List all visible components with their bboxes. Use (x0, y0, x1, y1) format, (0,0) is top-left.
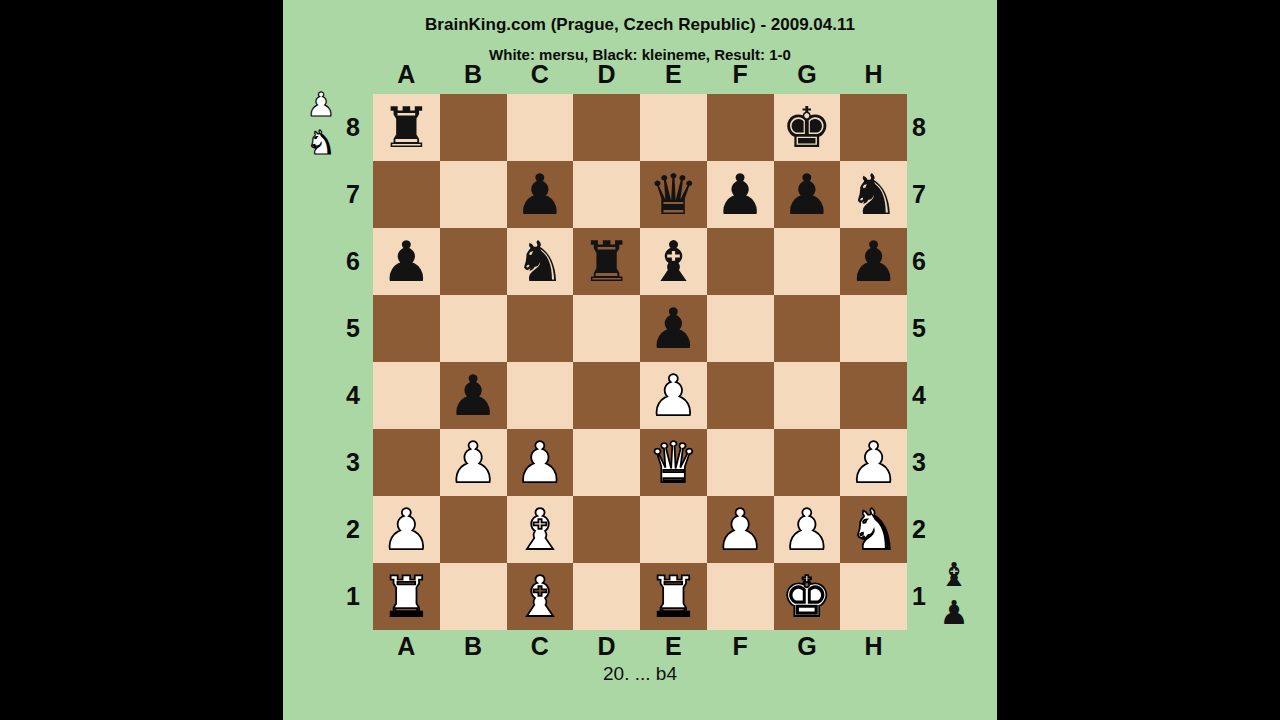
square-d7[interactable] (573, 161, 640, 228)
captured-white-knight: ♞ (306, 124, 336, 162)
square-e4[interactable]: ♟ (640, 362, 707, 429)
square-b6[interactable] (440, 228, 507, 295)
square-e5[interactable]: ♟ (640, 295, 707, 362)
white-bishop-c1: ♝ (515, 569, 565, 625)
file-label-bottom-b: B (440, 632, 507, 660)
square-b5[interactable] (440, 295, 507, 362)
rank-label-right-8: 8 (905, 94, 933, 161)
rank-label-left-5: 5 (339, 295, 367, 362)
square-e6[interactable]: ♝ (640, 228, 707, 295)
square-h6[interactable]: ♟ (840, 228, 907, 295)
file-label-top-g: G (774, 60, 841, 88)
square-d3[interactable] (573, 429, 640, 496)
square-e3[interactable]: ♛ (640, 429, 707, 496)
square-c3[interactable]: ♟ (507, 429, 574, 496)
square-b1[interactable] (440, 563, 507, 630)
file-label-top-d: D (573, 60, 640, 88)
white-bishop-c2: ♝ (515, 502, 565, 558)
file-label-bottom-c: C (507, 632, 574, 660)
square-c8[interactable] (507, 94, 574, 161)
black-knight-c6: ♞ (515, 234, 565, 290)
square-a1[interactable]: ♜ (373, 563, 440, 630)
square-a3[interactable] (373, 429, 440, 496)
square-c6[interactable]: ♞ (507, 228, 574, 295)
square-h8[interactable] (840, 94, 907, 161)
rank-label-right-1: 1 (905, 563, 933, 630)
black-pawn-f7: ♟ (715, 167, 765, 223)
file-label-top-h: H (840, 60, 907, 88)
square-b8[interactable] (440, 94, 507, 161)
file-label-bottom-f: F (707, 632, 774, 660)
rank-label-right-2: 2 (905, 496, 933, 563)
file-labels-bottom: ABCDEFGH (373, 632, 907, 660)
black-pawn-c7: ♟ (515, 167, 565, 223)
square-h4[interactable] (840, 362, 907, 429)
black-knight-h7: ♞ (849, 167, 899, 223)
square-c4[interactable] (507, 362, 574, 429)
square-e1[interactable]: ♜ (640, 563, 707, 630)
captured-black-pawn: ♟ (939, 594, 969, 632)
white-pawn-a2: ♟ (381, 502, 431, 558)
rank-label-left-4: 4 (339, 362, 367, 429)
square-g1[interactable]: ♚ (774, 563, 841, 630)
file-label-bottom-g: G (774, 632, 841, 660)
file-label-bottom-d: D (573, 632, 640, 660)
captured-black-pieces: ♝♟ (935, 556, 973, 632)
white-rook-e1: ♜ (648, 569, 698, 625)
square-c2[interactable]: ♝ (507, 496, 574, 563)
file-label-bottom-e: E (640, 632, 707, 660)
square-a2[interactable]: ♟ (373, 496, 440, 563)
file-label-bottom-a: A (373, 632, 440, 660)
captured-white-pieces: ♟♞ (302, 86, 340, 162)
square-e7[interactable]: ♛ (640, 161, 707, 228)
square-f8[interactable] (707, 94, 774, 161)
rank-label-left-8: 8 (339, 94, 367, 161)
square-f7[interactable]: ♟ (707, 161, 774, 228)
captured-black-bishop: ♝ (939, 556, 969, 594)
black-rook-a8: ♜ (381, 100, 431, 156)
square-h7[interactable]: ♞ (840, 161, 907, 228)
file-label-bottom-h: H (840, 632, 907, 660)
square-d5[interactable] (573, 295, 640, 362)
square-h2[interactable]: ♞ (840, 496, 907, 563)
file-labels-top: ABCDEFGH (373, 60, 907, 88)
square-a4[interactable] (373, 362, 440, 429)
white-pawn-g2: ♟ (782, 502, 832, 558)
rank-label-left-6: 6 (339, 228, 367, 295)
rank-label-left-7: 7 (339, 161, 367, 228)
square-a8[interactable]: ♜ (373, 94, 440, 161)
black-king-g8: ♚ (782, 100, 832, 156)
rank-label-left-2: 2 (339, 496, 367, 563)
rank-label-left-3: 3 (339, 429, 367, 496)
file-label-top-b: B (440, 60, 507, 88)
rank-label-right-4: 4 (905, 362, 933, 429)
square-d6[interactable]: ♜ (573, 228, 640, 295)
board-panel: BrainKing.com (Prague, Czech Republic) -… (283, 0, 997, 720)
file-label-top-c: C (507, 60, 574, 88)
square-h5[interactable] (840, 295, 907, 362)
square-d1[interactable] (573, 563, 640, 630)
square-e8[interactable] (640, 94, 707, 161)
square-d4[interactable] (573, 362, 640, 429)
square-g2[interactable]: ♟ (774, 496, 841, 563)
square-f3[interactable] (707, 429, 774, 496)
square-c7[interactable]: ♟ (507, 161, 574, 228)
rank-label-right-5: 5 (905, 295, 933, 362)
square-h1[interactable] (840, 563, 907, 630)
square-c1[interactable]: ♝ (507, 563, 574, 630)
square-a6[interactable]: ♟ (373, 228, 440, 295)
white-pawn-c3: ♟ (515, 435, 565, 491)
square-g5[interactable] (774, 295, 841, 362)
square-g6[interactable] (774, 228, 841, 295)
black-queen-e7: ♛ (648, 167, 698, 223)
white-queen-e3: ♛ (648, 435, 698, 491)
white-knight-h2: ♞ (849, 502, 899, 558)
square-h3[interactable]: ♟ (840, 429, 907, 496)
white-pawn-e4: ♟ (648, 368, 698, 424)
square-b3[interactable]: ♟ (440, 429, 507, 496)
rank-label-right-3: 3 (905, 429, 933, 496)
black-pawn-a6: ♟ (381, 234, 431, 290)
rank-label-right-7: 7 (905, 161, 933, 228)
square-g7[interactable]: ♟ (774, 161, 841, 228)
chess-board: ♜♚♟♛♟♟♞♟♞♜♝♟♟♟♟♟♟♛♟♟♝♟♟♞♜♝♜♚ (373, 94, 907, 630)
square-e2[interactable] (640, 496, 707, 563)
rank-label-right-6: 6 (905, 228, 933, 295)
square-b4[interactable]: ♟ (440, 362, 507, 429)
white-pawn-b3: ♟ (448, 435, 498, 491)
square-f6[interactable] (707, 228, 774, 295)
black-pawn-h6: ♟ (849, 234, 899, 290)
square-a5[interactable] (373, 295, 440, 362)
black-rook-d6: ♜ (582, 234, 632, 290)
rank-labels-right: 87654321 (905, 94, 933, 630)
black-pawn-b4: ♟ (448, 368, 498, 424)
square-d2[interactable] (573, 496, 640, 563)
move-caption: 20. ... b4 (373, 663, 907, 685)
black-pawn-g7: ♟ (782, 167, 832, 223)
square-g3[interactable] (774, 429, 841, 496)
square-f2[interactable]: ♟ (707, 496, 774, 563)
white-king-g1: ♚ (782, 569, 832, 625)
square-b2[interactable] (440, 496, 507, 563)
square-g8[interactable]: ♚ (774, 94, 841, 161)
square-a7[interactable] (373, 161, 440, 228)
square-g4[interactable] (774, 362, 841, 429)
square-f5[interactable] (707, 295, 774, 362)
black-bishop-e6: ♝ (648, 234, 698, 290)
white-pawn-h3: ♟ (849, 435, 899, 491)
rank-labels-left: 87654321 (339, 94, 367, 630)
file-label-top-e: E (640, 60, 707, 88)
square-c5[interactable] (507, 295, 574, 362)
captured-white-pawn: ♟ (306, 86, 336, 124)
page-title: BrainKing.com (Prague, Czech Republic) -… (283, 15, 997, 35)
rank-label-left-1: 1 (339, 563, 367, 630)
black-pawn-e5: ♟ (648, 301, 698, 357)
file-label-top-a: A (373, 60, 440, 88)
square-f1[interactable] (707, 563, 774, 630)
white-pawn-f2: ♟ (715, 502, 765, 558)
square-f4[interactable] (707, 362, 774, 429)
square-b7[interactable] (440, 161, 507, 228)
file-label-top-f: F (707, 60, 774, 88)
white-rook-a1: ♜ (381, 569, 431, 625)
square-d8[interactable] (573, 94, 640, 161)
